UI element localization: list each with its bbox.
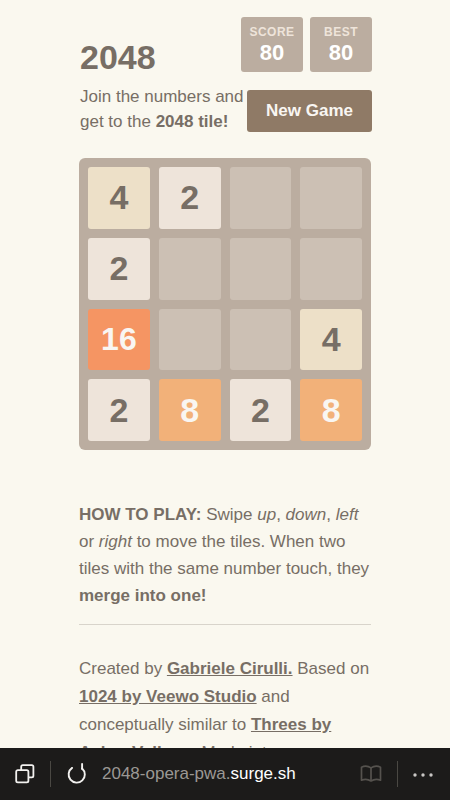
book-icon[interactable] [357, 762, 385, 786]
credits-t2: Based on [293, 659, 370, 678]
link-1024-veewo[interactable]: 1024 by Veewo Studio [79, 687, 257, 706]
howto-up: up [257, 505, 276, 524]
url-host-prefix: 2048-opera-pwa. [102, 764, 231, 783]
howto-down: down [286, 505, 327, 524]
intro-line1: Join the numbers and [80, 87, 244, 106]
tile-4: 4 [88, 167, 150, 229]
credits-t1: Created by [79, 659, 167, 678]
reload-icon[interactable] [64, 762, 88, 786]
page-title: 2048 [80, 38, 156, 77]
empty-cell [300, 167, 362, 229]
tile-16: 16 [88, 309, 150, 371]
address-url[interactable]: 2048-opera-pwa.surge.sh [102, 764, 296, 784]
new-game-button[interactable]: New Game [247, 90, 372, 132]
how-to-play-text: HOW TO PLAY: Swipe up, down, left or rig… [79, 501, 371, 609]
tabs-icon[interactable] [13, 762, 37, 786]
tile-2: 2 [88, 238, 150, 300]
tile-8: 8 [300, 379, 362, 441]
empty-cell [230, 309, 292, 371]
ellipsis-menu-icon[interactable] [410, 762, 436, 786]
best-box: BEST 80 [310, 17, 372, 72]
intro-line2: get to the [80, 112, 156, 131]
score-label: SCORE [249, 25, 294, 39]
tile-8: 8 [159, 379, 221, 441]
howto-t3: , [326, 505, 335, 524]
howto-left: left [336, 505, 359, 524]
url-host-suffix: surge.sh [231, 764, 296, 783]
howto-merge: merge into one! [79, 586, 207, 605]
bar-divider [50, 761, 51, 787]
howto-t2: , [276, 505, 285, 524]
tile-2: 2 [159, 167, 221, 229]
intro-goal: 2048 tile! [156, 112, 229, 131]
tile-2: 2 [230, 379, 292, 441]
empty-cell [230, 238, 292, 300]
empty-cell [230, 167, 292, 229]
empty-cell [159, 238, 221, 300]
tile-2: 2 [88, 379, 150, 441]
howto-t1: Swipe [201, 505, 257, 524]
empty-cell [159, 309, 221, 371]
best-label: BEST [324, 25, 358, 39]
howto-t4: or [79, 532, 99, 551]
intro-text: Join the numbers andget to the 2048 tile… [80, 84, 250, 134]
section-divider [79, 624, 371, 625]
tile-4: 4 [300, 309, 362, 371]
score-container: SCORE 80 BEST 80 [241, 17, 372, 72]
browser-bottom-bar: 2048-opera-pwa.surge.sh [0, 748, 450, 800]
best-value: 80 [329, 40, 353, 66]
page: 2048 SCORE 80 BEST 80 Join the numbers a… [0, 0, 450, 800]
score-box: SCORE 80 [241, 17, 303, 72]
bar-divider [397, 761, 398, 787]
board[interactable]: 4221642828 [79, 158, 371, 450]
score-value: 80 [260, 40, 284, 66]
link-gabriele-cirulli[interactable]: Gabriele Cirulli. [167, 659, 293, 678]
how-to-play-label: HOW TO PLAY: [79, 505, 201, 524]
howto-right: right [99, 532, 132, 551]
empty-cell [300, 238, 362, 300]
